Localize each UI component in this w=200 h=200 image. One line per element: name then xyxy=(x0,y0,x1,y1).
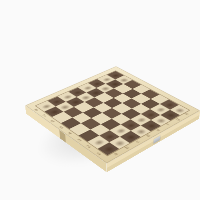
product-photo: ♜♞♝♛♚♝♞♜♟♟♟♟♟♟♟♟♟♟♟♟♟♟♟♟♜♞♝♛♚♝♞♜ abcdefg… xyxy=(0,0,200,200)
